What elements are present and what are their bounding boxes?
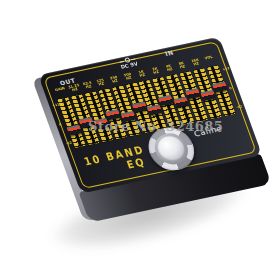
db-scale-tick: -12 — [236, 104, 244, 109]
db-scale-tick: +12 — [222, 66, 230, 71]
db-scale-tick: 0 — [229, 85, 237, 90]
slider-cap — [200, 90, 216, 101]
product-photo: OUT DC 9V IN +120-12 GAIN31.25HZ62.5HZ12… — [0, 0, 270, 270]
watermark: Store No. 324685 — [88, 119, 223, 134]
slider-cap — [158, 95, 174, 106]
slider-cap — [212, 82, 228, 93]
slider-cap — [132, 102, 148, 113]
in-jack-label: IN — [164, 50, 174, 57]
model-name: 10 BAND EQ — [83, 144, 154, 179]
slider-cap — [174, 97, 190, 108]
slider-cap — [185, 88, 201, 99]
